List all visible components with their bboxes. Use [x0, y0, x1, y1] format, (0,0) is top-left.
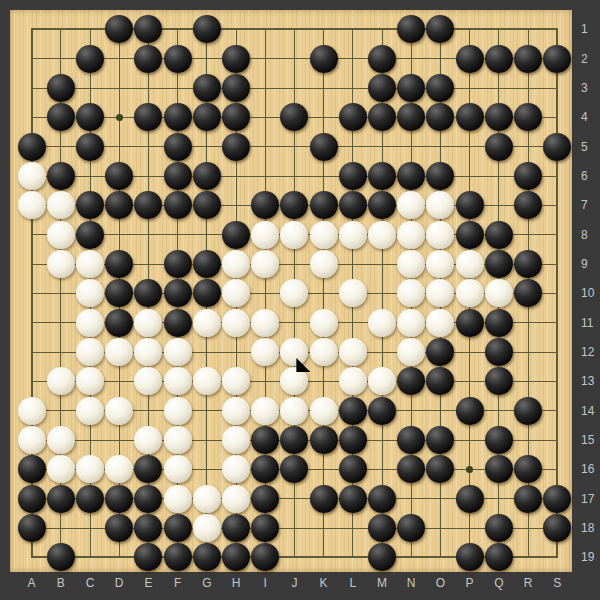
black-stone-P17[interactable] — [456, 485, 484, 513]
white-stone-I11[interactable] — [251, 309, 279, 337]
row-label-5: 5 — [581, 141, 588, 153]
row-label-7: 7 — [581, 199, 588, 211]
black-stone-G3[interactable] — [193, 74, 221, 102]
white-stone-K11[interactable] — [310, 309, 338, 337]
white-stone-K9[interactable] — [310, 250, 338, 278]
white-stone-G11[interactable] — [193, 309, 221, 337]
column-label-B: B — [57, 577, 65, 589]
white-stone-I14[interactable] — [251, 397, 279, 425]
row-label-6: 6 — [581, 170, 588, 182]
white-stone-N10[interactable] — [397, 279, 425, 307]
black-stone-S5[interactable] — [543, 133, 571, 161]
black-stone-Q2[interactable] — [485, 45, 513, 73]
row-label-8: 8 — [581, 229, 588, 241]
white-stone-L8[interactable] — [339, 221, 367, 249]
white-stone-A15[interactable] — [18, 426, 46, 454]
black-stone-R4[interactable] — [514, 103, 542, 131]
white-stone-H17[interactable] — [222, 485, 250, 513]
white-stone-O8[interactable] — [426, 221, 454, 249]
black-stone-K7[interactable] — [310, 191, 338, 219]
black-stone-J16[interactable] — [280, 455, 308, 483]
black-stone-J4[interactable] — [280, 103, 308, 131]
black-stone-H18[interactable] — [222, 514, 250, 542]
black-stone-G1[interactable] — [193, 15, 221, 43]
column-label-D: D — [115, 577, 124, 589]
black-stone-D11[interactable] — [105, 309, 133, 337]
black-stone-R7[interactable] — [514, 191, 542, 219]
black-stone-Q13[interactable] — [485, 367, 513, 395]
row-label-16: 16 — [581, 463, 594, 475]
white-stone-P9[interactable] — [456, 250, 484, 278]
black-stone-F11[interactable] — [164, 309, 192, 337]
white-stone-J10[interactable] — [280, 279, 308, 307]
white-stone-B15[interactable] — [47, 426, 75, 454]
black-stone-F6[interactable] — [164, 162, 192, 190]
black-stone-J15[interactable] — [280, 426, 308, 454]
white-stone-M13[interactable] — [368, 367, 396, 395]
black-stone-I7[interactable] — [251, 191, 279, 219]
row-label-1: 1 — [581, 23, 588, 35]
row-label-15: 15 — [581, 434, 594, 446]
column-label-G: G — [202, 577, 211, 589]
black-stone-K17[interactable] — [310, 485, 338, 513]
row-label-18: 18 — [581, 522, 594, 534]
column-label-J: J — [291, 577, 297, 589]
black-stone-K15[interactable] — [310, 426, 338, 454]
white-stone-H9[interactable] — [222, 250, 250, 278]
black-stone-P4[interactable] — [456, 103, 484, 131]
black-stone-Q16[interactable] — [485, 455, 513, 483]
white-stone-F17[interactable] — [164, 485, 192, 513]
white-stone-G18[interactable] — [193, 514, 221, 542]
white-stone-J8[interactable] — [280, 221, 308, 249]
black-stone-H8[interactable] — [222, 221, 250, 249]
column-label-O: O — [436, 577, 445, 589]
black-stone-R14[interactable] — [514, 397, 542, 425]
black-stone-D7[interactable] — [105, 191, 133, 219]
white-stone-G17[interactable] — [193, 485, 221, 513]
grid-line-vertical — [323, 28, 324, 558]
black-stone-P14[interactable] — [456, 397, 484, 425]
black-stone-N16[interactable] — [397, 455, 425, 483]
column-label-N: N — [407, 577, 416, 589]
white-stone-F12[interactable] — [164, 338, 192, 366]
black-stone-O12[interactable] — [426, 338, 454, 366]
black-stone-L14[interactable] — [339, 397, 367, 425]
white-stone-N7[interactable] — [397, 191, 425, 219]
white-stone-C12[interactable] — [76, 338, 104, 366]
black-stone-C4[interactable] — [76, 103, 104, 131]
black-stone-K2[interactable] — [310, 45, 338, 73]
black-stone-E16[interactable] — [134, 455, 162, 483]
row-label-4: 4 — [581, 111, 588, 123]
white-stone-H10[interactable] — [222, 279, 250, 307]
white-stone-H14[interactable] — [222, 397, 250, 425]
white-stone-H13[interactable] — [222, 367, 250, 395]
black-stone-G7[interactable] — [193, 191, 221, 219]
black-stone-D9[interactable] — [105, 250, 133, 278]
row-label-9: 9 — [581, 258, 588, 270]
white-stone-C14[interactable] — [76, 397, 104, 425]
black-stone-R16[interactable] — [514, 455, 542, 483]
black-stone-P19[interactable] — [456, 543, 484, 571]
row-label-17: 17 — [581, 493, 594, 505]
column-label-C: C — [86, 577, 95, 589]
white-stone-C11[interactable] — [76, 309, 104, 337]
black-stone-K5[interactable] — [310, 133, 338, 161]
black-stone-Q8[interactable] — [485, 221, 513, 249]
black-stone-R6[interactable] — [514, 162, 542, 190]
row-label-11: 11 — [581, 317, 593, 329]
black-stone-L15[interactable] — [339, 426, 367, 454]
black-stone-Q5[interactable] — [485, 133, 513, 161]
black-stone-L7[interactable] — [339, 191, 367, 219]
black-stone-C17[interactable] — [76, 485, 104, 513]
column-label-I: I — [264, 577, 267, 589]
column-label-R: R — [524, 577, 533, 589]
black-stone-L4[interactable] — [339, 103, 367, 131]
black-stone-Q4[interactable] — [485, 103, 513, 131]
white-stone-O9[interactable] — [426, 250, 454, 278]
white-stone-B8[interactable] — [47, 221, 75, 249]
black-stone-Q9[interactable] — [485, 250, 513, 278]
black-stone-I16[interactable] — [251, 455, 279, 483]
column-label-M: M — [377, 577, 387, 589]
white-stone-E15[interactable] — [134, 426, 162, 454]
black-stone-F5[interactable] — [164, 133, 192, 161]
column-label-L: L — [349, 577, 356, 589]
black-stone-L6[interactable] — [339, 162, 367, 190]
white-stone-M11[interactable] — [368, 309, 396, 337]
white-stone-B13[interactable] — [47, 367, 75, 395]
column-label-Q: Q — [494, 577, 503, 589]
black-stone-H19[interactable] — [222, 543, 250, 571]
white-stone-J14[interactable] — [280, 397, 308, 425]
black-stone-F7[interactable] — [164, 191, 192, 219]
white-stone-O10[interactable] — [426, 279, 454, 307]
black-stone-I15[interactable] — [251, 426, 279, 454]
black-stone-I17[interactable] — [251, 485, 279, 513]
white-stone-F14[interactable] — [164, 397, 192, 425]
white-stone-P10[interactable] — [456, 279, 484, 307]
white-stone-F15[interactable] — [164, 426, 192, 454]
black-stone-A5[interactable] — [18, 133, 46, 161]
white-stone-L10[interactable] — [339, 279, 367, 307]
black-stone-G10[interactable] — [193, 279, 221, 307]
black-stone-S2[interactable] — [543, 45, 571, 73]
white-stone-C10[interactable] — [76, 279, 104, 307]
white-stone-I12[interactable] — [251, 338, 279, 366]
black-stone-G19[interactable] — [193, 543, 221, 571]
black-stone-H5[interactable] — [222, 133, 250, 161]
white-stone-E12[interactable] — [134, 338, 162, 366]
column-label-A: A — [28, 577, 36, 589]
black-stone-O15[interactable] — [426, 426, 454, 454]
white-stone-B9[interactable] — [47, 250, 75, 278]
black-stone-M7[interactable] — [368, 191, 396, 219]
white-stone-N8[interactable] — [397, 221, 425, 249]
white-stone-A14[interactable] — [18, 397, 46, 425]
white-stone-O11[interactable] — [426, 309, 454, 337]
black-stone-E19[interactable] — [134, 543, 162, 571]
black-stone-D18[interactable] — [105, 514, 133, 542]
white-stone-A7[interactable] — [18, 191, 46, 219]
black-stone-C2[interactable] — [76, 45, 104, 73]
star-point — [466, 466, 473, 473]
black-stone-C7[interactable] — [76, 191, 104, 219]
column-label-S: S — [553, 577, 561, 589]
black-stone-H2[interactable] — [222, 45, 250, 73]
black-stone-B3[interactable] — [47, 74, 75, 102]
row-label-2: 2 — [581, 53, 588, 65]
black-stone-G4[interactable] — [193, 103, 221, 131]
black-stone-C5[interactable] — [76, 133, 104, 161]
black-stone-D10[interactable] — [105, 279, 133, 307]
black-stone-F2[interactable] — [164, 45, 192, 73]
black-stone-N13[interactable] — [397, 367, 425, 395]
black-stone-M6[interactable] — [368, 162, 396, 190]
white-stone-N9[interactable] — [397, 250, 425, 278]
black-stone-F10[interactable] — [164, 279, 192, 307]
white-stone-I9[interactable] — [251, 250, 279, 278]
black-stone-H3[interactable] — [222, 74, 250, 102]
row-label-13: 13 — [581, 375, 594, 387]
black-stone-N1[interactable] — [397, 15, 425, 43]
white-stone-G13[interactable] — [193, 367, 221, 395]
black-stone-I19[interactable] — [251, 543, 279, 571]
white-stone-L13[interactable] — [339, 367, 367, 395]
black-stone-H4[interactable] — [222, 103, 250, 131]
black-stone-M14[interactable] — [368, 397, 396, 425]
black-stone-Q15[interactable] — [485, 426, 513, 454]
black-stone-M18[interactable] — [368, 514, 396, 542]
white-stone-B7[interactable] — [47, 191, 75, 219]
column-label-E: E — [144, 577, 152, 589]
white-stone-K14[interactable] — [310, 397, 338, 425]
grid-line-vertical — [556, 28, 558, 558]
white-stone-Q10[interactable] — [485, 279, 513, 307]
row-label-10: 10 — [581, 287, 594, 299]
black-stone-Q12[interactable] — [485, 338, 513, 366]
black-stone-O3[interactable] — [426, 74, 454, 102]
white-stone-D14[interactable] — [105, 397, 133, 425]
white-stone-J12[interactable] — [280, 338, 308, 366]
black-stone-E2[interactable] — [134, 45, 162, 73]
goban[interactable] — [10, 10, 572, 572]
black-stone-I18[interactable] — [251, 514, 279, 542]
black-stone-R10[interactable] — [514, 279, 542, 307]
black-stone-G9[interactable] — [193, 250, 221, 278]
row-label-19: 19 — [581, 551, 594, 563]
black-stone-D17[interactable] — [105, 485, 133, 513]
black-stone-F18[interactable] — [164, 514, 192, 542]
black-stone-F4[interactable] — [164, 103, 192, 131]
black-stone-D1[interactable] — [105, 15, 133, 43]
black-stone-E4[interactable] — [134, 103, 162, 131]
white-stone-K8[interactable] — [310, 221, 338, 249]
white-stone-H15[interactable] — [222, 426, 250, 454]
black-stone-B17[interactable] — [47, 485, 75, 513]
white-stone-F13[interactable] — [164, 367, 192, 395]
black-stone-N3[interactable] — [397, 74, 425, 102]
black-stone-J7[interactable] — [280, 191, 308, 219]
white-stone-L12[interactable] — [339, 338, 367, 366]
black-stone-E1[interactable] — [134, 15, 162, 43]
white-stone-F16[interactable] — [164, 455, 192, 483]
black-stone-R17[interactable] — [514, 485, 542, 513]
black-stone-P2[interactable] — [456, 45, 484, 73]
white-stone-D16[interactable] — [105, 455, 133, 483]
white-stone-E13[interactable] — [134, 367, 162, 395]
black-stone-P8[interactable] — [456, 221, 484, 249]
column-label-P: P — [466, 577, 474, 589]
white-stone-H16[interactable] — [222, 455, 250, 483]
row-label-3: 3 — [581, 82, 588, 94]
row-label-14: 14 — [581, 405, 594, 417]
black-stone-F9[interactable] — [164, 250, 192, 278]
black-stone-N15[interactable] — [397, 426, 425, 454]
black-stone-L16[interactable] — [339, 455, 367, 483]
go-app-screen: ABCDEFGHIJKLMNOPQRS123456789101112131415… — [0, 0, 600, 600]
white-stone-N11[interactable] — [397, 309, 425, 337]
black-stone-B19[interactable] — [47, 543, 75, 571]
black-stone-M19[interactable] — [368, 543, 396, 571]
black-stone-E10[interactable] — [134, 279, 162, 307]
black-stone-M3[interactable] — [368, 74, 396, 102]
black-stone-C8[interactable] — [76, 221, 104, 249]
column-label-K: K — [320, 577, 328, 589]
black-stone-G6[interactable] — [193, 162, 221, 190]
white-stone-C13[interactable] — [76, 367, 104, 395]
black-stone-Q11[interactable] — [485, 309, 513, 337]
star-point — [116, 114, 123, 121]
white-stone-K12[interactable] — [310, 338, 338, 366]
black-stone-O16[interactable] — [426, 455, 454, 483]
black-stone-B6[interactable] — [47, 162, 75, 190]
black-stone-A17[interactable] — [18, 485, 46, 513]
black-stone-R9[interactable] — [514, 250, 542, 278]
white-stone-D12[interactable] — [105, 338, 133, 366]
white-stone-H11[interactable] — [222, 309, 250, 337]
black-stone-M4[interactable] — [368, 103, 396, 131]
white-stone-A6[interactable] — [18, 162, 46, 190]
black-stone-M17[interactable] — [368, 485, 396, 513]
black-stone-Q19[interactable] — [485, 543, 513, 571]
black-stone-E17[interactable] — [134, 485, 162, 513]
black-stone-N18[interactable] — [397, 514, 425, 542]
black-stone-O4[interactable] — [426, 103, 454, 131]
black-stone-B4[interactable] — [47, 103, 75, 131]
black-stone-N4[interactable] — [397, 103, 425, 131]
black-stone-O13[interactable] — [426, 367, 454, 395]
white-stone-O7[interactable] — [426, 191, 454, 219]
black-stone-P11[interactable] — [456, 309, 484, 337]
black-stone-D6[interactable] — [105, 162, 133, 190]
black-stone-L17[interactable] — [339, 485, 367, 513]
black-stone-A16[interactable] — [18, 455, 46, 483]
black-stone-F19[interactable] — [164, 543, 192, 571]
white-stone-C9[interactable] — [76, 250, 104, 278]
column-label-H: H — [232, 577, 241, 589]
white-stone-M8[interactable] — [368, 221, 396, 249]
black-stone-E7[interactable] — [134, 191, 162, 219]
column-label-F: F — [174, 577, 181, 589]
black-stone-O1[interactable] — [426, 15, 454, 43]
black-stone-Q18[interactable] — [485, 514, 513, 542]
white-stone-E11[interactable] — [134, 309, 162, 337]
black-stone-M2[interactable] — [368, 45, 396, 73]
white-stone-C16[interactable] — [76, 455, 104, 483]
black-stone-S18[interactable] — [543, 514, 571, 542]
black-stone-S17[interactable] — [543, 485, 571, 513]
black-stone-O6[interactable] — [426, 162, 454, 190]
white-stone-B16[interactable] — [47, 455, 75, 483]
black-stone-N6[interactable] — [397, 162, 425, 190]
black-stone-R2[interactable] — [514, 45, 542, 73]
black-stone-P7[interactable] — [456, 191, 484, 219]
white-stone-I8[interactable] — [251, 221, 279, 249]
white-stone-N12[interactable] — [397, 338, 425, 366]
black-stone-E18[interactable] — [134, 514, 162, 542]
row-label-12: 12 — [581, 346, 594, 358]
black-stone-A18[interactable] — [18, 514, 46, 542]
